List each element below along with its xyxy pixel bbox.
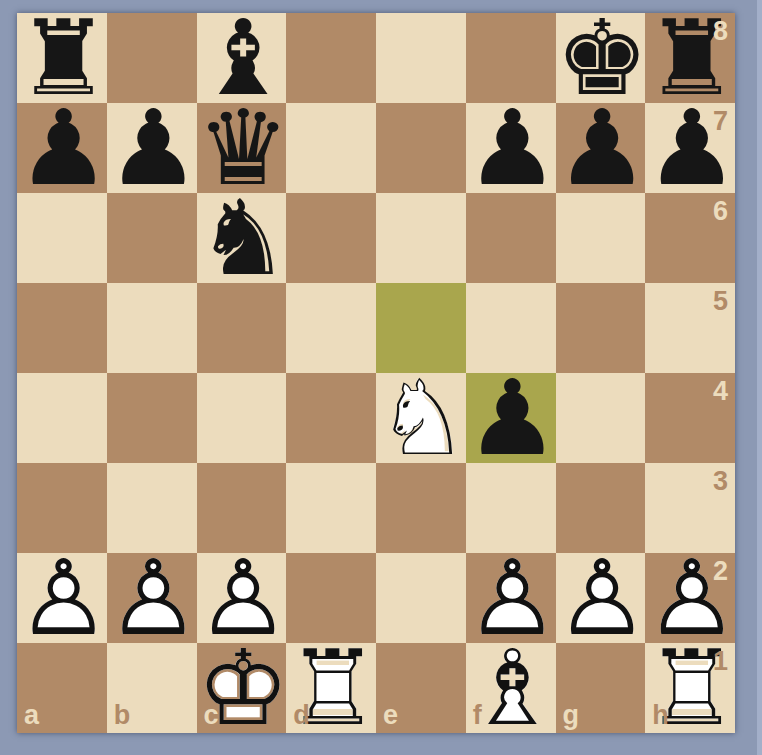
square-h5[interactable]: 5 — [645, 283, 735, 373]
square-c5[interactable] — [197, 283, 287, 373]
black-knight-glyph: ♞ — [197, 193, 287, 283]
square-e8[interactable] — [376, 13, 466, 103]
white-pawn-piece[interactable]: ♟♙ — [197, 553, 287, 643]
rank-label-8: 8 — [713, 18, 728, 45]
chess-app-window: ♜♝♚♜8♟♟♛♟♟♟7♞65♞♘♟43♟♙♟♙♟♙♟♙♟♙♟♙2ab♚♔c♜♖… — [0, 0, 762, 755]
square-c2[interactable]: ♟♙ — [197, 553, 287, 643]
square-b3[interactable] — [107, 463, 197, 553]
white-pawn-outline-glyph: ♙ — [17, 553, 107, 643]
square-g8[interactable]: ♚ — [556, 13, 646, 103]
black-rook-glyph: ♜ — [17, 13, 107, 103]
square-g3[interactable] — [556, 463, 646, 553]
rank-label-5: 5 — [713, 288, 728, 315]
square-d5[interactable] — [286, 283, 376, 373]
square-b1[interactable]: b — [107, 643, 197, 733]
white-pawn-outline-glyph: ♙ — [107, 553, 197, 643]
black-pawn-piece[interactable]: ♟ — [107, 103, 197, 193]
square-d4[interactable] — [286, 373, 376, 463]
square-c3[interactable] — [197, 463, 287, 553]
black-pawn-piece[interactable]: ♟ — [466, 373, 556, 463]
square-g4[interactable] — [556, 373, 646, 463]
black-bishop-glyph: ♝ — [197, 13, 287, 103]
square-f5[interactable] — [466, 283, 556, 373]
square-f8[interactable] — [466, 13, 556, 103]
white-pawn-fill-glyph: ♟ — [107, 553, 197, 643]
square-g5[interactable] — [556, 283, 646, 373]
square-f1[interactable]: ♝♗f — [466, 643, 556, 733]
square-c6[interactable]: ♞ — [197, 193, 287, 283]
square-a6[interactable] — [17, 193, 107, 283]
square-e4[interactable]: ♞♘ — [376, 373, 466, 463]
square-g7[interactable]: ♟ — [556, 103, 646, 193]
square-e2[interactable] — [376, 553, 466, 643]
square-c4[interactable] — [197, 373, 287, 463]
rank-label-2: 2 — [713, 558, 728, 585]
black-bishop-piece[interactable]: ♝ — [197, 13, 287, 103]
white-knight-piece[interactable]: ♞♘ — [376, 373, 466, 463]
square-a4[interactable] — [17, 373, 107, 463]
square-b5[interactable] — [107, 283, 197, 373]
black-rook-piece[interactable]: ♜ — [17, 13, 107, 103]
square-d3[interactable] — [286, 463, 376, 553]
square-f4[interactable]: ♟ — [466, 373, 556, 463]
white-pawn-piece[interactable]: ♟♙ — [466, 553, 556, 643]
square-e5[interactable] — [376, 283, 466, 373]
square-a7[interactable]: ♟ — [17, 103, 107, 193]
file-label-e: e — [383, 702, 398, 729]
black-pawn-piece[interactable]: ♟ — [466, 103, 556, 193]
square-d6[interactable] — [286, 193, 376, 283]
square-b4[interactable] — [107, 373, 197, 463]
square-b2[interactable]: ♟♙ — [107, 553, 197, 643]
black-king-glyph: ♚ — [556, 13, 646, 103]
white-pawn-piece[interactable]: ♟♙ — [17, 553, 107, 643]
black-king-piece[interactable]: ♚ — [556, 13, 646, 103]
square-a2[interactable]: ♟♙ — [17, 553, 107, 643]
right-edge-strip — [757, 0, 762, 755]
square-b8[interactable] — [107, 13, 197, 103]
black-pawn-glyph: ♟ — [466, 373, 556, 463]
square-b6[interactable] — [107, 193, 197, 283]
square-a5[interactable] — [17, 283, 107, 373]
file-label-f: f — [473, 702, 482, 729]
square-d8[interactable] — [286, 13, 376, 103]
white-pawn-fill-glyph: ♟ — [466, 553, 556, 643]
chess-board: ♜♝♚♜8♟♟♛♟♟♟7♞65♞♘♟43♟♙♟♙♟♙♟♙♟♙♟♙2ab♚♔c♜♖… — [17, 13, 735, 733]
white-pawn-fill-glyph: ♟ — [197, 553, 287, 643]
square-e3[interactable] — [376, 463, 466, 553]
black-pawn-glyph: ♟ — [556, 103, 646, 193]
black-pawn-glyph: ♟ — [107, 103, 197, 193]
square-a1[interactable]: a — [17, 643, 107, 733]
file-label-c: c — [204, 702, 219, 729]
square-f3[interactable] — [466, 463, 556, 553]
white-pawn-outline-glyph: ♙ — [466, 553, 556, 643]
square-h7[interactable]: ♟7 — [645, 103, 735, 193]
square-h2[interactable]: ♟♙2 — [645, 553, 735, 643]
square-b7[interactable]: ♟ — [107, 103, 197, 193]
white-pawn-piece[interactable]: ♟♙ — [556, 553, 646, 643]
white-pawn-outline-glyph: ♙ — [197, 553, 287, 643]
square-e1[interactable]: e — [376, 643, 466, 733]
square-e7[interactable] — [376, 103, 466, 193]
square-d7[interactable] — [286, 103, 376, 193]
square-c1[interactable]: ♚♔c — [197, 643, 287, 733]
white-pawn-fill-glyph: ♟ — [556, 553, 646, 643]
rank-label-7: 7 — [713, 108, 728, 135]
file-label-a: a — [24, 702, 39, 729]
white-pawn-fill-glyph: ♟ — [17, 553, 107, 643]
rank-label-3: 3 — [713, 468, 728, 495]
black-pawn-glyph: ♟ — [17, 103, 107, 193]
square-c8[interactable]: ♝ — [197, 13, 287, 103]
black-pawn-piece[interactable]: ♟ — [17, 103, 107, 193]
square-f2[interactable]: ♟♙ — [466, 553, 556, 643]
square-h3[interactable]: 3 — [645, 463, 735, 553]
rank-label-1: 1 — [713, 648, 728, 675]
square-g2[interactable]: ♟♙ — [556, 553, 646, 643]
white-pawn-outline-glyph: ♙ — [556, 553, 646, 643]
black-pawn-glyph: ♟ — [466, 103, 556, 193]
file-label-h: h — [652, 702, 669, 729]
square-f6[interactable] — [466, 193, 556, 283]
square-a3[interactable] — [17, 463, 107, 553]
square-c7[interactable]: ♛ — [197, 103, 287, 193]
square-h1[interactable]: ♜♖h1 — [645, 643, 735, 733]
file-label-b: b — [114, 702, 131, 729]
square-g1[interactable]: g — [556, 643, 646, 733]
black-queen-piece[interactable]: ♛ — [197, 103, 287, 193]
square-h6[interactable]: 6 — [645, 193, 735, 283]
black-pawn-piece[interactable]: ♟ — [556, 103, 646, 193]
file-label-d: d — [293, 702, 310, 729]
black-queen-glyph: ♛ — [197, 103, 287, 193]
square-h4[interactable]: 4 — [645, 373, 735, 463]
square-h8[interactable]: ♜8 — [645, 13, 735, 103]
white-knight-outline-glyph: ♘ — [376, 373, 466, 463]
square-d2[interactable] — [286, 553, 376, 643]
file-label-g: g — [563, 702, 580, 729]
black-knight-piece[interactable]: ♞ — [197, 193, 287, 283]
square-e6[interactable] — [376, 193, 466, 283]
square-d1[interactable]: ♜♖d — [286, 643, 376, 733]
rank-label-6: 6 — [713, 198, 728, 225]
square-f7[interactable]: ♟ — [466, 103, 556, 193]
square-g6[interactable] — [556, 193, 646, 283]
white-pawn-piece[interactable]: ♟♙ — [107, 553, 197, 643]
white-knight-fill-glyph: ♞ — [376, 373, 466, 463]
rank-label-4: 4 — [713, 378, 728, 405]
square-a8[interactable]: ♜ — [17, 13, 107, 103]
